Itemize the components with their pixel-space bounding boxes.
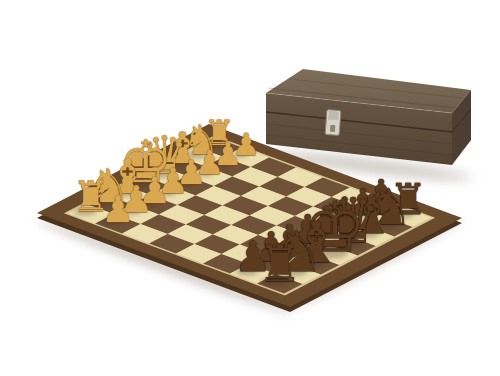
box-clasp-icon: [325, 110, 341, 136]
piece-white-pawn-h2[interactable]: ♟: [101, 190, 134, 227]
chess-set-scene: ♜♞♝♛♚♝♞♜♟♟♟♟♟♟♟♟♟♟♟♟♟♟♟♟♜♞♝♛♚♝♞♜: [0, 0, 500, 376]
piece-black-rook-h8[interactable]: ♜: [257, 239, 302, 289]
box-body: [266, 69, 471, 165]
